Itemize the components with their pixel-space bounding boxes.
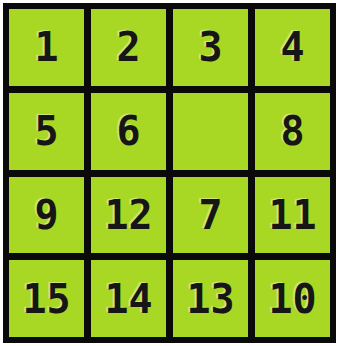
tile-4[interactable]: 4 [255,9,330,86]
tile-14[interactable]: 14 [91,260,166,337]
tile-5[interactable]: 5 [9,93,84,170]
tile-8[interactable]: 8 [255,93,330,170]
tile-11[interactable]: 11 [255,177,330,254]
tile-15[interactable]: 15 [9,260,84,337]
tile-7[interactable]: 7 [173,177,248,254]
tile-12[interactable]: 12 [91,177,166,254]
tile-9[interactable]: 9 [9,177,84,254]
puzzle-canvas: 1 2 3 4 5 6 8 9 12 7 11 15 14 13 10 [0,0,339,346]
tile-6[interactable]: 6 [91,93,166,170]
tile-3[interactable]: 3 [173,9,248,86]
tile-10[interactable]: 10 [255,260,330,337]
tile-13[interactable]: 13 [173,260,248,337]
tile-1[interactable]: 1 [9,9,84,86]
tile-2[interactable]: 2 [91,9,166,86]
empty-cell [173,93,248,170]
fifteen-puzzle-board: 1 2 3 4 5 6 8 9 12 7 11 15 14 13 10 [3,3,336,343]
